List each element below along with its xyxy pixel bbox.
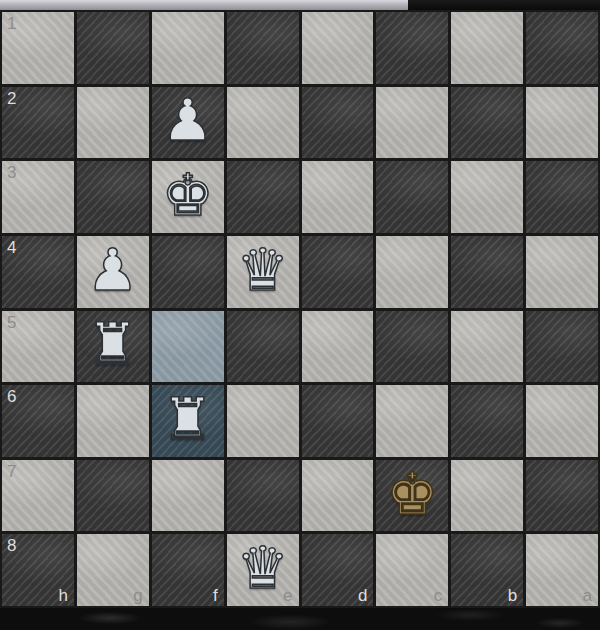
board-bottom-edge <box>0 608 600 630</box>
square-e1[interactable] <box>227 12 299 84</box>
square-h4[interactable]: 4 <box>2 236 74 308</box>
white-rook[interactable]: ♜ <box>162 390 214 448</box>
square-a1[interactable] <box>526 12 598 84</box>
square-f7[interactable] <box>152 460 224 532</box>
square-c8[interactable]: c <box>376 534 448 606</box>
square-c3[interactable] <box>376 161 448 233</box>
square-f4[interactable] <box>152 236 224 308</box>
white-queen[interactable]: ♛ <box>237 539 289 597</box>
square-d2[interactable] <box>302 87 374 159</box>
square-b5[interactable] <box>451 311 523 383</box>
square-f3[interactable]: ♚ <box>152 161 224 233</box>
square-d8[interactable]: d <box>302 534 374 606</box>
square-a4[interactable] <box>526 236 598 308</box>
rank-label-3: 3 <box>7 164 16 181</box>
rank-label-7: 7 <box>7 463 16 480</box>
white-pawn[interactable]: ♟ <box>87 241 139 299</box>
square-e8[interactable]: e♛ <box>227 534 299 606</box>
square-a3[interactable] <box>526 161 598 233</box>
black-king[interactable]: ♚ <box>386 465 438 523</box>
square-e4[interactable]: ♛ <box>227 236 299 308</box>
file-label-g: g <box>133 587 142 604</box>
square-h7[interactable]: 7 <box>2 460 74 532</box>
white-queen[interactable]: ♛ <box>237 241 289 299</box>
white-king[interactable]: ♚ <box>162 166 214 224</box>
square-d5[interactable] <box>302 311 374 383</box>
file-label-d: d <box>358 587 367 604</box>
square-b2[interactable] <box>451 87 523 159</box>
square-c1[interactable] <box>376 12 448 84</box>
file-label-h: h <box>58 587 67 604</box>
square-d6[interactable] <box>302 385 374 457</box>
file-label-f: f <box>213 587 218 604</box>
square-d1[interactable] <box>302 12 374 84</box>
square-a8[interactable]: a <box>526 534 598 606</box>
square-c4[interactable] <box>376 236 448 308</box>
square-d3[interactable] <box>302 161 374 233</box>
square-e2[interactable] <box>227 87 299 159</box>
square-g4[interactable]: ♟ <box>77 236 149 308</box>
square-c2[interactable] <box>376 87 448 159</box>
file-label-b: b <box>508 587 517 604</box>
square-e6[interactable] <box>227 385 299 457</box>
chess-app: 12♟3♚4♟♛5♜6♜7♚8hgfe♛dcba <box>0 0 600 630</box>
square-c5[interactable] <box>376 311 448 383</box>
square-h3[interactable]: 3 <box>2 161 74 233</box>
square-g3[interactable] <box>77 161 149 233</box>
square-e3[interactable] <box>227 161 299 233</box>
square-h2[interactable]: 2 <box>2 87 74 159</box>
rank-label-4: 4 <box>7 239 16 256</box>
square-g8[interactable]: g <box>77 534 149 606</box>
square-b4[interactable] <box>451 236 523 308</box>
square-g6[interactable] <box>77 385 149 457</box>
square-h1[interactable]: 1 <box>2 12 74 84</box>
board-top-edge <box>0 0 600 10</box>
square-e7[interactable] <box>227 460 299 532</box>
rank-label-1: 1 <box>7 15 16 32</box>
board-top-edge-lit <box>0 0 408 10</box>
square-h5[interactable]: 5 <box>2 311 74 383</box>
white-rook[interactable]: ♜ <box>87 315 139 373</box>
square-f5[interactable] <box>152 311 224 383</box>
square-b1[interactable] <box>451 12 523 84</box>
square-e5[interactable] <box>227 311 299 383</box>
chess-board: 12♟3♚4♟♛5♜6♜7♚8hgfe♛dcba <box>0 10 600 608</box>
square-b3[interactable] <box>451 161 523 233</box>
square-h8[interactable]: 8h <box>2 534 74 606</box>
square-a5[interactable] <box>526 311 598 383</box>
file-label-c: c <box>434 587 443 604</box>
square-f2[interactable]: ♟ <box>152 87 224 159</box>
square-f8[interactable]: f <box>152 534 224 606</box>
square-b7[interactable] <box>451 460 523 532</box>
square-d4[interactable] <box>302 236 374 308</box>
rank-label-6: 6 <box>7 388 16 405</box>
square-d7[interactable] <box>302 460 374 532</box>
square-h6[interactable]: 6 <box>2 385 74 457</box>
square-a2[interactable] <box>526 87 598 159</box>
rank-label-2: 2 <box>7 90 16 107</box>
square-c6[interactable] <box>376 385 448 457</box>
white-pawn[interactable]: ♟ <box>162 91 214 149</box>
square-g2[interactable] <box>77 87 149 159</box>
square-g1[interactable] <box>77 12 149 84</box>
square-f6[interactable]: ♜ <box>152 385 224 457</box>
square-c7[interactable]: ♚ <box>376 460 448 532</box>
rank-label-8: 8 <box>7 537 16 554</box>
square-a7[interactable] <box>526 460 598 532</box>
file-label-a: a <box>583 587 592 604</box>
square-b8[interactable]: b <box>451 534 523 606</box>
square-b6[interactable] <box>451 385 523 457</box>
square-f1[interactable] <box>152 12 224 84</box>
board-top-edge-shadow <box>408 0 600 10</box>
square-a6[interactable] <box>526 385 598 457</box>
square-g7[interactable] <box>77 460 149 532</box>
rank-label-5: 5 <box>7 314 16 331</box>
square-g5[interactable]: ♜ <box>77 311 149 383</box>
